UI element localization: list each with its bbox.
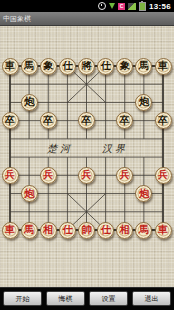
piece-red-r6c6[interactable]: 兵 bbox=[116, 167, 133, 184]
piece-red-r6c8[interactable]: 兵 bbox=[155, 167, 172, 184]
start-button[interactable]: 开始 bbox=[3, 291, 42, 306]
piece-red-r7c1[interactable]: 炮 bbox=[21, 185, 38, 202]
board[interactable]: 楚河 汉界 車馬象仕將仕象馬車炮炮卒卒卒卒卒兵兵兵兵兵炮炮車馬相仕帥仕相馬車 bbox=[10, 66, 163, 230]
piece-black-r0c7[interactable]: 馬 bbox=[135, 58, 152, 75]
phone-screen: C 13:56 中国象棋 楚河 汉界 車馬象仕將仕象馬車炮炮卒卒卒卒卒兵兵兵兵兵… bbox=[0, 0, 174, 310]
piece-black-r0c2[interactable]: 象 bbox=[40, 58, 57, 75]
exit-button[interactable]: 退出 bbox=[132, 291, 171, 306]
alarm-icon bbox=[98, 2, 106, 10]
piece-red-r9c2[interactable]: 相 bbox=[40, 222, 57, 239]
signal-icon bbox=[128, 3, 136, 10]
piece-red-r9c0[interactable]: 車 bbox=[2, 222, 19, 239]
app-title-bar: 中国象棋 bbox=[0, 12, 174, 26]
battery-icon bbox=[139, 2, 146, 11]
clock-time: 13:56 bbox=[149, 2, 171, 11]
piece-red-r6c2[interactable]: 兵 bbox=[40, 167, 57, 184]
app-title: 中国象棋 bbox=[0, 14, 31, 24]
game-area: 楚河 汉界 車馬象仕將仕象馬車炮炮卒卒卒卒卒兵兵兵兵兵炮炮車馬相仕帥仕相馬車 bbox=[0, 26, 174, 287]
piece-black-r3c8[interactable]: 卒 bbox=[155, 112, 172, 129]
piece-red-r6c4[interactable]: 兵 bbox=[78, 167, 95, 184]
piece-red-r9c5[interactable]: 仕 bbox=[97, 222, 114, 239]
bottom-toolbar: 开始 悔棋 设置 退出 bbox=[0, 287, 174, 310]
piece-black-r0c4[interactable]: 將 bbox=[78, 58, 95, 75]
piece-red-r9c1[interactable]: 馬 bbox=[21, 222, 38, 239]
piece-black-r0c1[interactable]: 馬 bbox=[21, 58, 38, 75]
piece-black-r0c0[interactable]: 車 bbox=[2, 58, 19, 75]
triangle-icon bbox=[109, 3, 115, 9]
settings-button[interactable]: 设置 bbox=[89, 291, 128, 306]
piece-red-r9c7[interactable]: 馬 bbox=[135, 222, 152, 239]
piece-red-r9c3[interactable]: 仕 bbox=[59, 222, 76, 239]
piece-black-r3c0[interactable]: 卒 bbox=[2, 112, 19, 129]
river-label-right: 汉界 bbox=[102, 142, 128, 156]
status-bar: C 13:56 bbox=[0, 0, 174, 12]
piece-black-r0c5[interactable]: 仕 bbox=[97, 58, 114, 75]
undo-button[interactable]: 悔棋 bbox=[46, 291, 85, 306]
board-grid bbox=[7, 63, 166, 233]
piece-red-r6c0[interactable]: 兵 bbox=[2, 167, 19, 184]
piece-red-r9c4[interactable]: 帥 bbox=[78, 222, 95, 239]
piece-black-r0c6[interactable]: 象 bbox=[116, 58, 133, 75]
piece-black-r0c8[interactable]: 車 bbox=[155, 58, 172, 75]
notification-c-badge: C bbox=[118, 3, 125, 10]
piece-red-r9c6[interactable]: 相 bbox=[116, 222, 133, 239]
piece-black-r0c3[interactable]: 仕 bbox=[59, 58, 76, 75]
piece-red-r9c8[interactable]: 車 bbox=[155, 222, 172, 239]
piece-black-r3c2[interactable]: 卒 bbox=[40, 112, 57, 129]
river-label-left: 楚河 bbox=[47, 142, 73, 156]
piece-black-r2c1[interactable]: 炮 bbox=[21, 94, 38, 111]
